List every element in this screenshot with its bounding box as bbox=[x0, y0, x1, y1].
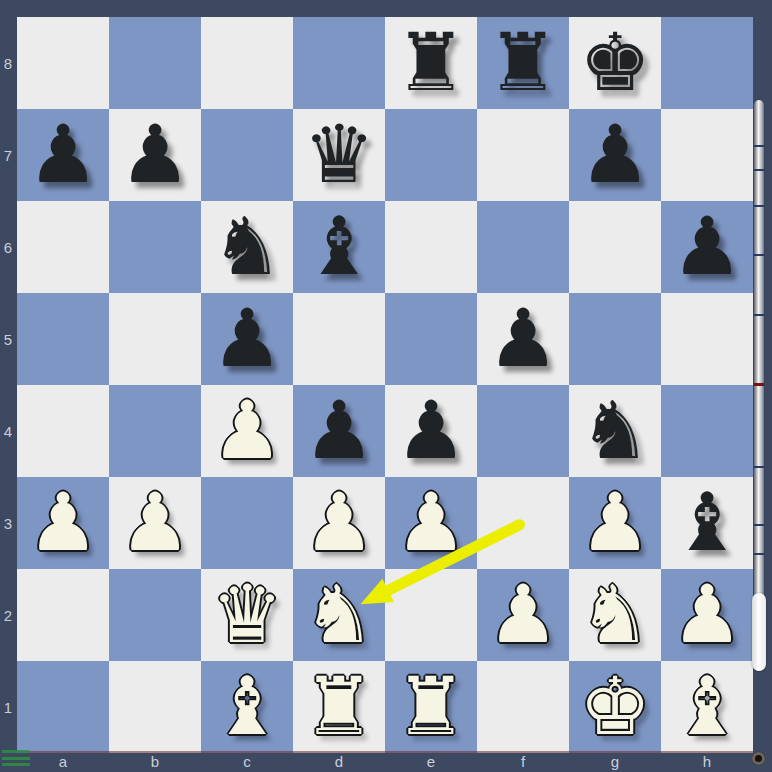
file-labels: abcdefgh bbox=[17, 751, 753, 772]
square-g3[interactable]: ♟ bbox=[569, 477, 661, 569]
file-label-a: a bbox=[17, 751, 109, 772]
rank-label-4: 4 bbox=[0, 385, 16, 477]
piece-white-queen[interactable]: ♛ bbox=[211, 569, 283, 661]
piece-white-pawn[interactable]: ♟ bbox=[211, 385, 283, 477]
square-b7[interactable]: ♟ bbox=[109, 109, 201, 201]
rank-label-1: 1 bbox=[0, 661, 16, 753]
square-g8[interactable]: ♚ bbox=[569, 17, 661, 109]
square-d2[interactable]: ♞ bbox=[293, 569, 385, 661]
piece-white-bishop[interactable]: ♝ bbox=[671, 661, 743, 753]
square-a4[interactable] bbox=[17, 385, 109, 477]
rank-label-8: 8 bbox=[0, 17, 16, 109]
square-d6[interactable]: ♝ bbox=[293, 201, 385, 293]
square-f1[interactable] bbox=[477, 661, 569, 753]
board-bottom-edge bbox=[17, 751, 753, 753]
square-b4[interactable] bbox=[109, 385, 201, 477]
square-d4[interactable]: ♟ bbox=[293, 385, 385, 477]
piece-black-pawn[interactable]: ♟ bbox=[671, 201, 743, 293]
square-a8[interactable] bbox=[17, 17, 109, 109]
square-c6[interactable]: ♞ bbox=[201, 201, 293, 293]
piece-white-pawn[interactable]: ♟ bbox=[579, 477, 651, 569]
square-h2[interactable]: ♟ bbox=[661, 569, 753, 661]
piece-black-pawn[interactable]: ♟ bbox=[487, 293, 559, 385]
piece-black-bishop[interactable]: ♝ bbox=[303, 201, 375, 293]
file-label-d: d bbox=[293, 751, 385, 772]
square-f8[interactable]: ♜ bbox=[477, 17, 569, 109]
piece-black-bishop[interactable]: ♝ bbox=[671, 477, 743, 569]
square-e6[interactable] bbox=[385, 201, 477, 293]
piece-white-rook[interactable]: ♜ bbox=[303, 661, 375, 753]
square-c4[interactable]: ♟ bbox=[201, 385, 293, 477]
square-a2[interactable] bbox=[17, 569, 109, 661]
file-label-e: e bbox=[385, 751, 477, 772]
square-d8[interactable] bbox=[293, 17, 385, 109]
square-f7[interactable] bbox=[477, 109, 569, 201]
piece-black-king[interactable]: ♚ bbox=[579, 17, 651, 109]
piece-black-pawn[interactable]: ♟ bbox=[395, 385, 467, 477]
piece-white-rook[interactable]: ♜ bbox=[395, 661, 467, 753]
piece-white-pawn[interactable]: ♟ bbox=[119, 477, 191, 569]
square-g5[interactable] bbox=[569, 293, 661, 385]
evaluation-bar-thumb[interactable] bbox=[752, 593, 766, 671]
square-b3[interactable]: ♟ bbox=[109, 477, 201, 569]
square-h6[interactable]: ♟ bbox=[661, 201, 753, 293]
square-h4[interactable] bbox=[661, 385, 753, 477]
rank-label-7: 7 bbox=[0, 109, 16, 201]
piece-black-rook[interactable]: ♜ bbox=[487, 17, 559, 109]
square-c8[interactable] bbox=[201, 17, 293, 109]
square-d5[interactable] bbox=[293, 293, 385, 385]
square-h5[interactable] bbox=[661, 293, 753, 385]
piece-black-pawn[interactable]: ♟ bbox=[119, 109, 191, 201]
square-a6[interactable] bbox=[17, 201, 109, 293]
piece-white-king[interactable]: ♚ bbox=[579, 661, 651, 753]
eval-tick bbox=[754, 205, 764, 207]
record-icon[interactable] bbox=[752, 752, 765, 765]
square-d1[interactable]: ♜ bbox=[293, 661, 385, 753]
eval-tick bbox=[754, 466, 764, 468]
piece-white-pawn[interactable]: ♟ bbox=[303, 477, 375, 569]
square-f5[interactable]: ♟ bbox=[477, 293, 569, 385]
square-c3[interactable] bbox=[201, 477, 293, 569]
square-b8[interactable] bbox=[109, 17, 201, 109]
file-label-f: f bbox=[477, 751, 569, 772]
square-d3[interactable]: ♟ bbox=[293, 477, 385, 569]
piece-black-pawn[interactable]: ♟ bbox=[579, 109, 651, 201]
file-label-b: b bbox=[109, 751, 201, 772]
rank-labels: 87654321 bbox=[0, 17, 17, 753]
square-g6[interactable] bbox=[569, 201, 661, 293]
square-e5[interactable] bbox=[385, 293, 477, 385]
square-d7[interactable]: ♛ bbox=[293, 109, 385, 201]
menu-icon[interactable] bbox=[2, 750, 30, 766]
piece-black-pawn[interactable]: ♟ bbox=[303, 385, 375, 477]
square-g7[interactable]: ♟ bbox=[569, 109, 661, 201]
piece-black-pawn[interactable]: ♟ bbox=[27, 109, 99, 201]
rank-label-2: 2 bbox=[0, 569, 16, 661]
square-a7[interactable]: ♟ bbox=[17, 109, 109, 201]
piece-white-pawn[interactable]: ♟ bbox=[671, 569, 743, 661]
piece-white-bishop[interactable]: ♝ bbox=[211, 661, 283, 753]
piece-white-knight[interactable]: ♞ bbox=[303, 569, 375, 661]
square-e8[interactable]: ♜ bbox=[385, 17, 477, 109]
piece-black-rook[interactable]: ♜ bbox=[395, 17, 467, 109]
square-h8[interactable] bbox=[661, 17, 753, 109]
square-e2[interactable] bbox=[385, 569, 477, 661]
eval-tick bbox=[754, 553, 764, 555]
eval-tick bbox=[754, 254, 764, 256]
rank-label-6: 6 bbox=[0, 201, 16, 293]
piece-white-pawn[interactable]: ♟ bbox=[395, 477, 467, 569]
square-c2[interactable]: ♛ bbox=[201, 569, 293, 661]
square-c1[interactable]: ♝ bbox=[201, 661, 293, 753]
square-e7[interactable] bbox=[385, 109, 477, 201]
eval-tick bbox=[754, 314, 764, 316]
eval-tick bbox=[754, 169, 764, 171]
square-a5[interactable] bbox=[17, 293, 109, 385]
square-f2[interactable]: ♟ bbox=[477, 569, 569, 661]
square-g1[interactable]: ♚ bbox=[569, 661, 661, 753]
square-e1[interactable]: ♜ bbox=[385, 661, 477, 753]
file-label-h: h bbox=[661, 751, 753, 772]
square-g2[interactable]: ♞ bbox=[569, 569, 661, 661]
square-f3[interactable] bbox=[477, 477, 569, 569]
square-b6[interactable] bbox=[109, 201, 201, 293]
piece-white-pawn[interactable]: ♟ bbox=[487, 569, 559, 661]
piece-black-knight[interactable]: ♞ bbox=[579, 385, 651, 477]
piece-black-queen[interactable]: ♛ bbox=[303, 109, 375, 201]
square-a3[interactable]: ♟ bbox=[17, 477, 109, 569]
square-b5[interactable] bbox=[109, 293, 201, 385]
square-h1[interactable]: ♝ bbox=[661, 661, 753, 753]
piece-black-knight[interactable]: ♞ bbox=[211, 201, 283, 293]
eval-tick bbox=[754, 524, 764, 526]
square-f4[interactable] bbox=[477, 385, 569, 477]
chess-board[interactable]: ♜♜♚♟♟♛♟♞♝♟♟♟♟♟♟♞♟♟♟♟♟♝♛♞♟♞♟♝♜♜♚♝ bbox=[17, 17, 753, 753]
file-label-c: c bbox=[201, 751, 293, 772]
square-c7[interactable] bbox=[201, 109, 293, 201]
square-b1[interactable] bbox=[109, 661, 201, 753]
piece-white-pawn[interactable]: ♟ bbox=[27, 477, 99, 569]
square-h3[interactable]: ♝ bbox=[661, 477, 753, 569]
rank-label-3: 3 bbox=[0, 477, 16, 569]
square-h7[interactable] bbox=[661, 109, 753, 201]
square-a1[interactable] bbox=[17, 661, 109, 753]
eval-tick bbox=[754, 145, 764, 147]
file-label-g: g bbox=[569, 751, 661, 772]
eval-center-mark bbox=[754, 383, 764, 386]
square-f6[interactable] bbox=[477, 201, 569, 293]
piece-black-pawn[interactable]: ♟ bbox=[211, 293, 283, 385]
square-g4[interactable]: ♞ bbox=[569, 385, 661, 477]
square-e4[interactable]: ♟ bbox=[385, 385, 477, 477]
square-c5[interactable]: ♟ bbox=[201, 293, 293, 385]
rank-label-5: 5 bbox=[0, 293, 16, 385]
square-b2[interactable] bbox=[109, 569, 201, 661]
evaluation-bar-track[interactable] bbox=[754, 100, 764, 671]
piece-white-knight[interactable]: ♞ bbox=[579, 569, 651, 661]
square-e3[interactable]: ♟ bbox=[385, 477, 477, 569]
